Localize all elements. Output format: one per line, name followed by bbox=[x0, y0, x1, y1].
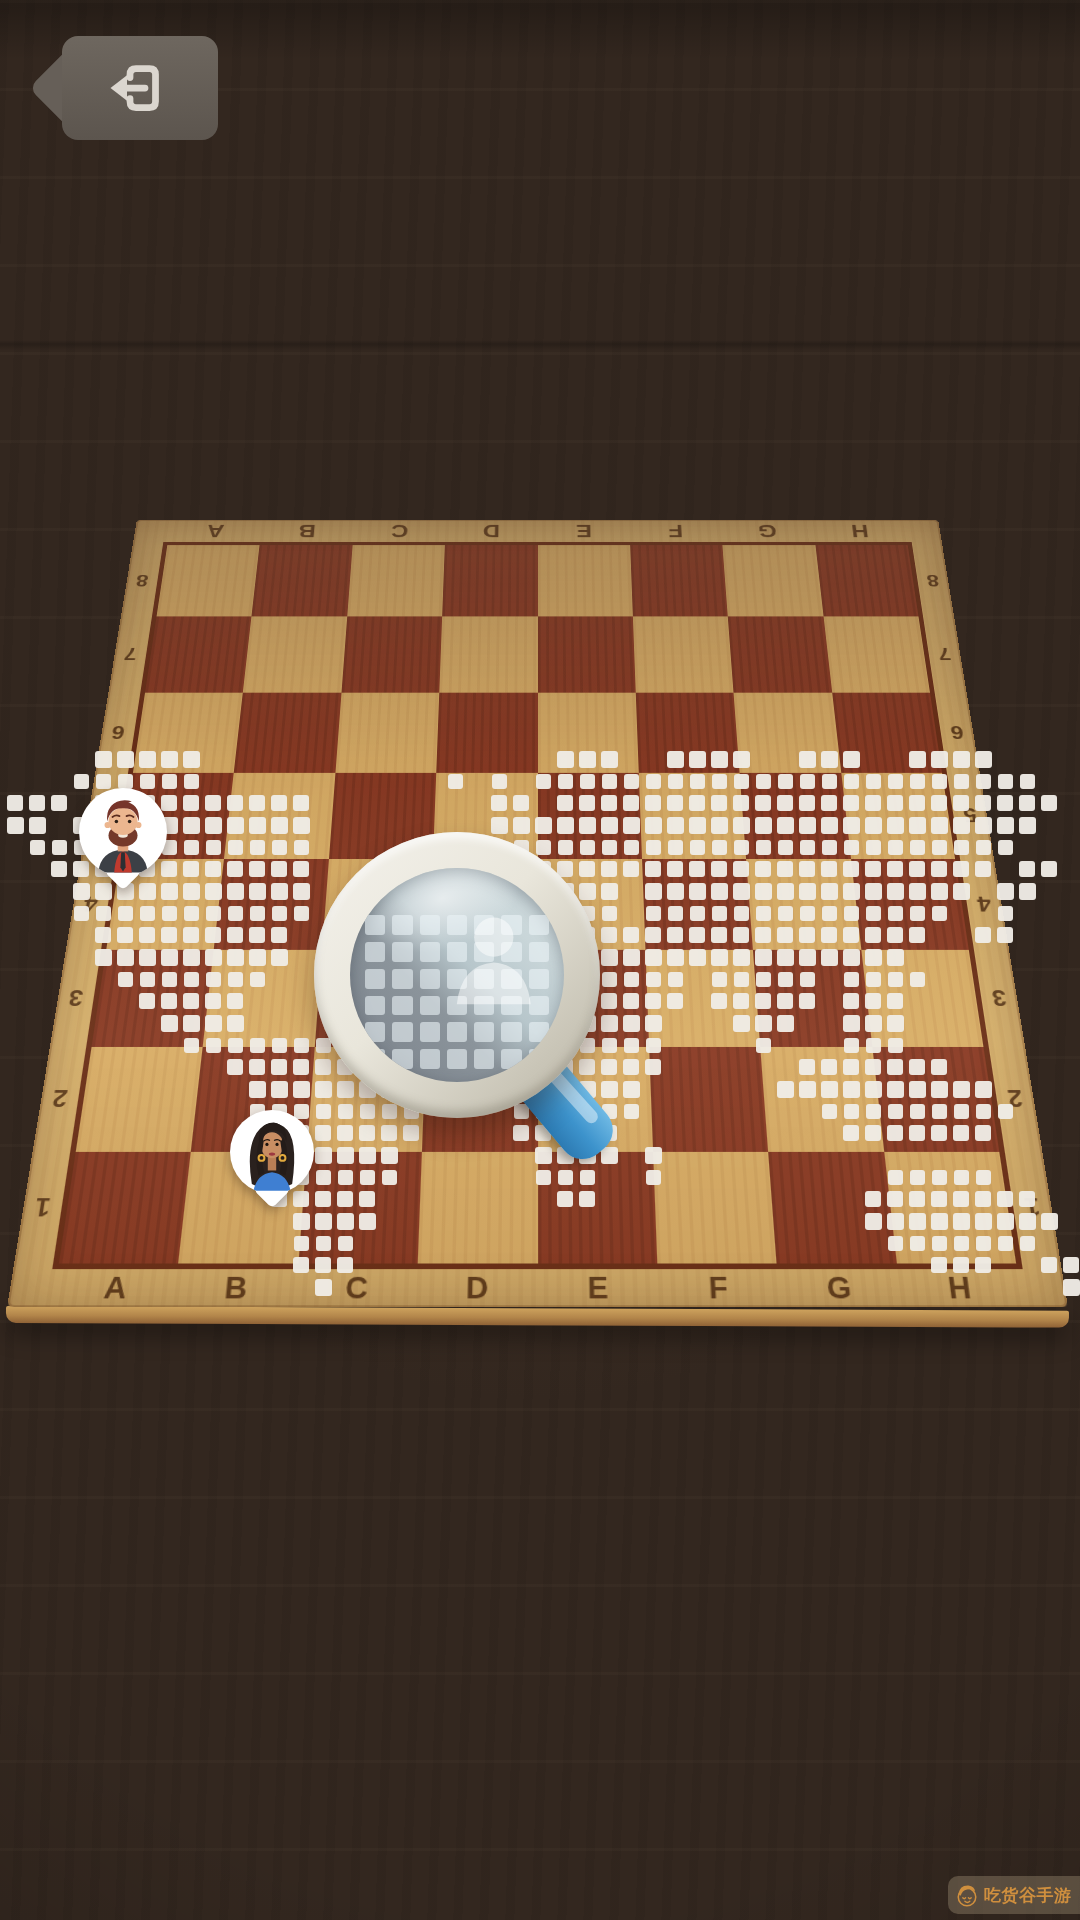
square-e6 bbox=[538, 692, 639, 772]
square-f2 bbox=[649, 1047, 768, 1151]
file-label: G bbox=[777, 1269, 901, 1307]
file-label: A bbox=[168, 520, 263, 542]
square-g6 bbox=[734, 692, 841, 772]
square-e8 bbox=[538, 545, 633, 616]
square-a3 bbox=[92, 950, 215, 1047]
square-h8 bbox=[815, 545, 918, 616]
square-g5 bbox=[740, 773, 851, 859]
square-b6 bbox=[234, 692, 341, 772]
square-c3 bbox=[315, 950, 430, 1047]
square-g8 bbox=[723, 545, 824, 616]
square-d8 bbox=[442, 545, 537, 616]
file-label: C bbox=[353, 520, 446, 542]
square-a2 bbox=[76, 1047, 203, 1151]
square-e7 bbox=[538, 617, 636, 693]
square-g4 bbox=[746, 859, 861, 950]
file-label: G bbox=[721, 520, 815, 542]
square-d7 bbox=[439, 617, 537, 693]
square-g7 bbox=[728, 617, 832, 693]
square-c8 bbox=[347, 545, 445, 616]
square-c2 bbox=[307, 1047, 426, 1151]
square-h7 bbox=[823, 617, 930, 693]
square-f8 bbox=[630, 545, 728, 616]
square-b8 bbox=[252, 545, 353, 616]
square-c6 bbox=[335, 692, 439, 772]
square-h5 bbox=[841, 773, 955, 859]
logout-icon bbox=[100, 52, 172, 124]
matchmaking-screen: ABCDEFGH ABCDEFGH 87654321 87654321 bbox=[0, 0, 1080, 1920]
file-label: B bbox=[174, 1269, 298, 1307]
square-c5 bbox=[329, 773, 437, 859]
square-g2 bbox=[760, 1047, 883, 1151]
watermark-logo-icon bbox=[953, 1881, 981, 1909]
square-h3 bbox=[861, 950, 984, 1047]
opponent-avatar bbox=[79, 788, 167, 876]
square-f7 bbox=[633, 617, 734, 693]
watermark-badge: 吃货谷手游 bbox=[948, 1876, 1080, 1914]
player-avatar bbox=[230, 1110, 314, 1194]
chessboard: ABCDEFGH ABCDEFGH 87654321 87654321 bbox=[7, 520, 1068, 1308]
square-d6 bbox=[436, 692, 537, 772]
square-f5 bbox=[639, 773, 747, 859]
square-e3 bbox=[538, 950, 649, 1047]
square-f6 bbox=[636, 692, 740, 772]
square-e5 bbox=[538, 773, 642, 859]
square-h2 bbox=[872, 1047, 999, 1151]
square-f3 bbox=[645, 950, 760, 1047]
square-d3 bbox=[426, 950, 537, 1047]
woman-avatar-icon bbox=[230, 1110, 314, 1194]
square-e4 bbox=[538, 859, 646, 950]
file-label: D bbox=[445, 520, 537, 542]
square-b7 bbox=[243, 617, 347, 693]
file-label: B bbox=[260, 520, 354, 542]
square-a6 bbox=[133, 692, 243, 772]
file-label: H bbox=[812, 520, 907, 542]
square-h4 bbox=[851, 859, 969, 950]
square-d2 bbox=[422, 1047, 537, 1151]
board-grid bbox=[52, 542, 1022, 1269]
board-wood-border: ABCDEFGH ABCDEFGH 87654321 87654321 bbox=[7, 520, 1068, 1308]
square-a8 bbox=[156, 545, 259, 616]
player-avatar-pin bbox=[230, 1110, 314, 1194]
square-d1 bbox=[418, 1152, 538, 1264]
file-label: C bbox=[295, 1269, 418, 1307]
file-labels-bottom: ABCDEFGH bbox=[52, 1269, 1023, 1307]
square-g1 bbox=[768, 1152, 896, 1264]
bearded-man-avatar-icon bbox=[79, 788, 167, 876]
file-label: A bbox=[52, 1269, 178, 1307]
file-labels-top: ABCDEFGH bbox=[168, 520, 907, 542]
square-f1 bbox=[653, 1152, 777, 1264]
square-d4 bbox=[430, 859, 538, 950]
square-a7 bbox=[145, 617, 252, 693]
square-b4 bbox=[214, 859, 329, 950]
square-g3 bbox=[753, 950, 872, 1047]
square-f4 bbox=[642, 859, 753, 950]
square-c7 bbox=[341, 617, 442, 693]
square-d5 bbox=[433, 773, 537, 859]
opponent-avatar-pin bbox=[79, 788, 167, 876]
file-label: H bbox=[897, 1269, 1023, 1307]
watermark-text: 吃货谷手游 bbox=[984, 1884, 1072, 1907]
square-c1 bbox=[298, 1152, 422, 1264]
file-label: F bbox=[629, 520, 722, 542]
file-label: D bbox=[416, 1269, 537, 1307]
square-b3 bbox=[203, 950, 322, 1047]
square-c4 bbox=[322, 859, 433, 950]
square-h1 bbox=[884, 1152, 1016, 1264]
back-button[interactable] bbox=[36, 36, 218, 140]
file-label: F bbox=[657, 1269, 780, 1307]
square-e2 bbox=[538, 1047, 653, 1151]
square-h6 bbox=[832, 692, 942, 772]
file-label: E bbox=[538, 1269, 659, 1307]
square-b5 bbox=[224, 773, 335, 859]
square-a1 bbox=[59, 1152, 191, 1264]
square-e1 bbox=[538, 1152, 658, 1264]
file-label: E bbox=[538, 520, 630, 542]
